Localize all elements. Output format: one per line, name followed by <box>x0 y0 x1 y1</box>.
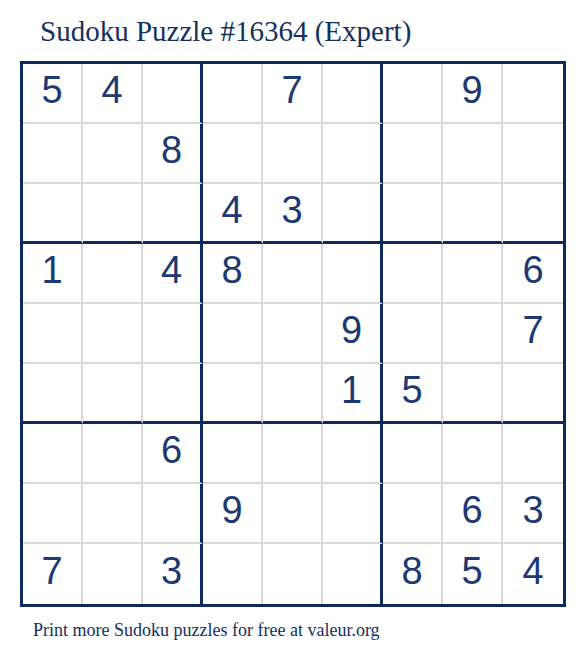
cell-r7c1 <box>23 424 83 484</box>
cell-r3c9 <box>503 184 563 244</box>
cell-r9c2 <box>83 544 143 604</box>
cell-r4c4: 8 <box>203 244 263 304</box>
cell-r8c7 <box>383 484 443 544</box>
cell-r9c6 <box>323 544 383 604</box>
cell-r6c3 <box>143 364 203 424</box>
cell-r8c4: 9 <box>203 484 263 544</box>
cell-r1c8: 9 <box>443 64 503 124</box>
cell-r9c4 <box>203 544 263 604</box>
cell-r8c3 <box>143 484 203 544</box>
cell-r4c8 <box>443 244 503 304</box>
cell-r2c2 <box>83 124 143 184</box>
cell-r4c5 <box>263 244 323 304</box>
cell-r6c9 <box>503 364 563 424</box>
cell-r8c5 <box>263 484 323 544</box>
cell-r1c7 <box>383 64 443 124</box>
cell-r6c7: 5 <box>383 364 443 424</box>
cell-r9c1: 7 <box>23 544 83 604</box>
cell-r4c6 <box>323 244 383 304</box>
cell-r5c5 <box>263 304 323 364</box>
cell-r8c2 <box>83 484 143 544</box>
cell-r6c1 <box>23 364 83 424</box>
cell-r7c8 <box>443 424 503 484</box>
cell-r9c3: 3 <box>143 544 203 604</box>
cell-r7c3: 6 <box>143 424 203 484</box>
cell-r2c5 <box>263 124 323 184</box>
cell-r2c3: 8 <box>143 124 203 184</box>
cell-r3c5: 3 <box>263 184 323 244</box>
cell-r1c6 <box>323 64 383 124</box>
cell-r6c8 <box>443 364 503 424</box>
cell-r2c9 <box>503 124 563 184</box>
cell-r7c6 <box>323 424 383 484</box>
cell-r6c2 <box>83 364 143 424</box>
cell-r1c2: 4 <box>83 64 143 124</box>
cell-r1c9 <box>503 64 563 124</box>
cell-r9c5 <box>263 544 323 604</box>
cell-r9c7: 8 <box>383 544 443 604</box>
cell-r4c2 <box>83 244 143 304</box>
cell-r2c4 <box>203 124 263 184</box>
cell-r7c4 <box>203 424 263 484</box>
cell-r5c9: 7 <box>503 304 563 364</box>
cell-r9c9: 4 <box>503 544 563 604</box>
cell-r5c8 <box>443 304 503 364</box>
cell-r9c8: 5 <box>443 544 503 604</box>
cell-r1c1: 5 <box>23 64 83 124</box>
cell-r3c2 <box>83 184 143 244</box>
cell-r4c1: 1 <box>23 244 83 304</box>
cell-r5c1 <box>23 304 83 364</box>
cell-r5c4 <box>203 304 263 364</box>
cell-r4c7 <box>383 244 443 304</box>
cell-r8c9: 3 <box>503 484 563 544</box>
cell-r5c2 <box>83 304 143 364</box>
cell-r7c5 <box>263 424 323 484</box>
footer-text: Print more Sudoku puzzles for free at va… <box>33 620 580 641</box>
cell-r7c7 <box>383 424 443 484</box>
cell-r7c2 <box>83 424 143 484</box>
cell-r1c5: 7 <box>263 64 323 124</box>
cell-r3c4: 4 <box>203 184 263 244</box>
cell-r3c7 <box>383 184 443 244</box>
page-title: Sudoku Puzzle #16364 (Expert) <box>40 16 580 48</box>
cell-r4c3: 4 <box>143 244 203 304</box>
cell-r5c7 <box>383 304 443 364</box>
cell-r2c8 <box>443 124 503 184</box>
cell-r3c3 <box>143 184 203 244</box>
cell-r6c6: 1 <box>323 364 383 424</box>
cell-r7c9 <box>503 424 563 484</box>
cell-r3c1 <box>23 184 83 244</box>
cell-r8c8: 6 <box>443 484 503 544</box>
sudoku-grid: 547984314869715696373854 <box>20 61 566 607</box>
cell-r8c6 <box>323 484 383 544</box>
cell-r3c6 <box>323 184 383 244</box>
cell-r2c6 <box>323 124 383 184</box>
cell-r1c3 <box>143 64 203 124</box>
cell-r3c8 <box>443 184 503 244</box>
cell-r4c9: 6 <box>503 244 563 304</box>
cell-r2c7 <box>383 124 443 184</box>
cell-r8c1 <box>23 484 83 544</box>
cell-r6c5 <box>263 364 323 424</box>
cell-r6c4 <box>203 364 263 424</box>
cell-r2c1 <box>23 124 83 184</box>
cell-r5c3 <box>143 304 203 364</box>
cell-r1c4 <box>203 64 263 124</box>
cell-r5c6: 9 <box>323 304 383 364</box>
